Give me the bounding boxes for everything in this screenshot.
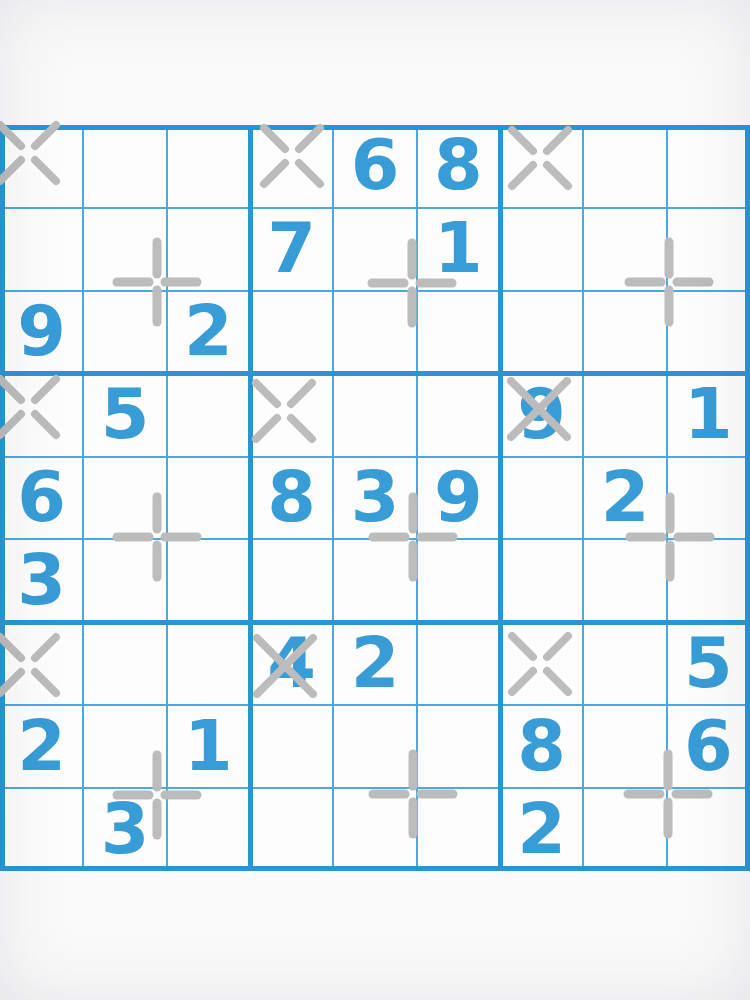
sudoku-cell-r7c5[interactable]: 2 — [333, 622, 416, 705]
sudoku-cell-r4c3[interactable] — [167, 374, 250, 457]
sudoku-cell-r3c4[interactable] — [250, 291, 333, 374]
sudoku-cell-r2c7[interactable] — [500, 208, 583, 291]
sudoku-cell-r1c1[interactable] — [0, 125, 83, 208]
given-digit: 2 — [184, 296, 233, 366]
given-digit: 9 — [517, 379, 566, 449]
given-digit: 2 — [601, 462, 650, 532]
sudoku-cell-r2c8[interactable] — [583, 208, 666, 291]
given-digit: 4 — [267, 628, 316, 698]
sudoku-cell-r6c7[interactable] — [500, 539, 583, 622]
given-digit: 8 — [517, 711, 566, 781]
sudoku-cell-r8c1[interactable]: 2 — [0, 705, 83, 788]
given-digit: 1 — [434, 213, 483, 283]
sudoku-cell-r6c6[interactable] — [417, 539, 500, 622]
sudoku-cell-r8c6[interactable] — [417, 705, 500, 788]
sudoku-cell-r4c2[interactable]: 5 — [83, 374, 166, 457]
sudoku-cell-r7c9[interactable]: 5 — [667, 622, 750, 705]
sudoku-cell-r9c3[interactable] — [167, 788, 250, 871]
sudoku-cell-r7c3[interactable] — [167, 622, 250, 705]
sudoku-cell-r1c3[interactable] — [167, 125, 250, 208]
sudoku-cell-r2c6[interactable]: 1 — [417, 208, 500, 291]
sudoku-cell-r3c2[interactable] — [83, 291, 166, 374]
sudoku-cell-r4c7[interactable]: 9 — [500, 374, 583, 457]
sudoku-cell-r7c8[interactable] — [583, 622, 666, 705]
sudoku-cell-r8c7[interactable]: 8 — [500, 705, 583, 788]
sudoku-cell-r4c1[interactable] — [0, 374, 83, 457]
sudoku-cell-r1c8[interactable] — [583, 125, 666, 208]
given-digit: 3 — [351, 462, 400, 532]
given-digit: 8 — [434, 130, 483, 200]
sudoku-cell-r2c1[interactable] — [0, 208, 83, 291]
sudoku-cell-r8c9[interactable]: 6 — [667, 705, 750, 788]
page-background: 687192591683923425218632 — [0, 0, 750, 1000]
sudoku-cell-r1c4[interactable] — [250, 125, 333, 208]
sudoku-cell-r9c1[interactable] — [0, 788, 83, 871]
sudoku-cell-r6c9[interactable] — [667, 539, 750, 622]
sudoku-cell-r3c7[interactable] — [500, 291, 583, 374]
given-digit: 7 — [267, 213, 316, 283]
sudoku-cell-r4c9[interactable]: 1 — [667, 374, 750, 457]
sudoku-cell-r5c2[interactable] — [83, 457, 166, 540]
given-digit: 1 — [684, 379, 733, 449]
sudoku-cell-r9c7[interactable]: 2 — [500, 788, 583, 871]
sudoku-cell-r1c9[interactable] — [667, 125, 750, 208]
sudoku-cell-r8c3[interactable]: 1 — [167, 705, 250, 788]
sudoku-cell-r3c8[interactable] — [583, 291, 666, 374]
given-digit: 2 — [517, 794, 566, 864]
sudoku-cell-r9c2[interactable]: 3 — [83, 788, 166, 871]
sudoku-cell-r6c8[interactable] — [583, 539, 666, 622]
given-digit: 6 — [684, 711, 733, 781]
sudoku-cell-r2c4[interactable]: 7 — [250, 208, 333, 291]
given-digit: 2 — [351, 628, 400, 698]
sudoku-cell-r2c2[interactable] — [83, 208, 166, 291]
sudoku-cell-r5c8[interactable]: 2 — [583, 457, 666, 540]
sudoku-cell-r3c1[interactable]: 9 — [0, 291, 83, 374]
sudoku-cell-r7c4[interactable]: 4 — [250, 622, 333, 705]
given-digit: 6 — [17, 462, 66, 532]
sudoku-cell-r1c6[interactable]: 8 — [417, 125, 500, 208]
sudoku-cell-r6c3[interactable] — [167, 539, 250, 622]
sudoku-cell-r5c3[interactable] — [167, 457, 250, 540]
sudoku-cell-r7c7[interactable] — [500, 622, 583, 705]
sudoku-cell-r5c4[interactable]: 8 — [250, 457, 333, 540]
given-digit: 6 — [351, 130, 400, 200]
sudoku-cell-r4c6[interactable] — [417, 374, 500, 457]
sudoku-cell-r7c1[interactable] — [0, 622, 83, 705]
given-digit: 9 — [17, 296, 66, 366]
sudoku-cell-r9c8[interactable] — [583, 788, 666, 871]
sudoku-cell-r5c7[interactable] — [500, 457, 583, 540]
sudoku-cell-r9c4[interactable] — [250, 788, 333, 871]
sudoku-cell-r4c5[interactable] — [333, 374, 416, 457]
given-digit: 3 — [17, 545, 66, 615]
sudoku-cell-r5c1[interactable]: 6 — [0, 457, 83, 540]
given-digit: 8 — [267, 462, 316, 532]
sudoku-cell-r9c9[interactable] — [667, 788, 750, 871]
sudoku-cell-r3c3[interactable]: 2 — [167, 291, 250, 374]
sudoku-cell-r6c2[interactable] — [83, 539, 166, 622]
sudoku-cell-r8c5[interactable] — [333, 705, 416, 788]
sudoku-cell-r1c7[interactable] — [500, 125, 583, 208]
sudoku-cell-r9c5[interactable] — [333, 788, 416, 871]
sudoku-cell-r8c2[interactable] — [83, 705, 166, 788]
given-digit: 3 — [101, 794, 150, 864]
given-digit: 9 — [434, 462, 483, 532]
sudoku-cell-r5c6[interactable]: 9 — [417, 457, 500, 540]
sudoku-cell-r5c5[interactable]: 3 — [333, 457, 416, 540]
sudoku-cell-r8c4[interactable] — [250, 705, 333, 788]
given-digit: 5 — [684, 628, 733, 698]
sudoku-cell-r5c9[interactable] — [667, 457, 750, 540]
sudoku-cell-r6c5[interactable] — [333, 539, 416, 622]
given-digit: 2 — [17, 711, 66, 781]
sudoku-cell-r7c2[interactable] — [83, 622, 166, 705]
sudoku-cell-r2c5[interactable] — [333, 208, 416, 291]
sudoku-cell-r2c9[interactable] — [667, 208, 750, 291]
sudoku-cell-r6c1[interactable]: 3 — [0, 539, 83, 622]
sudoku-cell-r4c4[interactable] — [250, 374, 333, 457]
sudoku-cell-r3c6[interactable] — [417, 291, 500, 374]
sudoku-cell-r6c4[interactable] — [250, 539, 333, 622]
sudoku-cell-r1c2[interactable] — [83, 125, 166, 208]
sudoku-board: 687192591683923425218632 — [0, 125, 750, 871]
sudoku-cell-r7c6[interactable] — [417, 622, 500, 705]
given-digit: 5 — [101, 379, 150, 449]
sudoku-cell-r8c8[interactable] — [583, 705, 666, 788]
sudoku-cell-r4c8[interactable] — [583, 374, 666, 457]
sudoku-cell-r3c5[interactable] — [333, 291, 416, 374]
sudoku-cell-r3c9[interactable] — [667, 291, 750, 374]
given-digit: 1 — [184, 711, 233, 781]
sudoku-cell-r9c6[interactable] — [417, 788, 500, 871]
sudoku-cell-r1c5[interactable]: 6 — [333, 125, 416, 208]
sudoku-cell-r2c3[interactable] — [167, 208, 250, 291]
